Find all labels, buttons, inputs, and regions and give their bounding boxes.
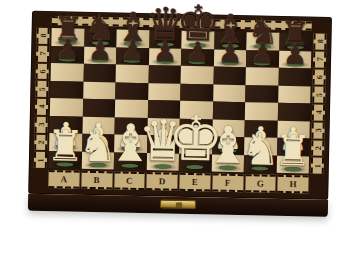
square-h3 <box>277 120 310 138</box>
felt-base <box>91 58 108 62</box>
square-d4 <box>147 100 180 118</box>
felt-base <box>286 62 303 66</box>
rank-digit-6: 6 <box>315 75 324 79</box>
felt-base <box>157 42 174 46</box>
photo-background: 87654321 87654321 ♜♞♝♛♚♝♞♜♟♟♟♟♟♟♟♟♟♟♟♟♟♟… <box>0 0 360 257</box>
rank-digit-5: 5 <box>37 87 46 91</box>
file-label-h: H <box>278 175 309 194</box>
felt-base <box>219 148 236 152</box>
square-h5 <box>278 85 311 103</box>
felt-base <box>57 162 74 166</box>
photo-tilt-wrapper: 87654321 87654321 ♜♞♝♛♚♝♞♜♟♟♟♟♟♟♟♟♟♟♟♟♟♟… <box>0 0 360 257</box>
felt-base <box>89 163 106 167</box>
felt-base <box>124 59 141 63</box>
rank-digit-1: 1 <box>36 158 45 162</box>
square-f7: ♟ <box>213 49 246 67</box>
square-h4 <box>277 103 310 121</box>
rank-label-4-right: 4 <box>312 105 325 121</box>
rank-label-6-left: 6 <box>36 63 49 79</box>
square-h8: ♜ <box>279 33 312 51</box>
rank-label-3-right: 3 <box>311 122 324 138</box>
felt-base <box>187 148 204 152</box>
rank-digit-1: 1 <box>313 164 322 168</box>
rank-label-7-left: 7 <box>36 46 49 62</box>
board-squares-grid: ♜♞♝♛♚♝♞♜♟♟♟♟♟♟♟♟♟♟♟♟♟♟♟♟♜♞♝♛♚♝♞♜ <box>49 28 312 173</box>
rank-digit-5: 5 <box>314 93 323 97</box>
square-a8: ♜ <box>51 28 84 46</box>
rank-label-8-right: 8 <box>313 34 326 50</box>
rank-label-3-left: 3 <box>34 117 47 133</box>
rank-label-1-left: 1 <box>34 152 47 168</box>
felt-base <box>124 41 141 45</box>
square-c1: ♝ <box>114 152 147 170</box>
file-label-c: C <box>114 171 145 190</box>
rank-digit-6: 6 <box>38 69 47 73</box>
square-e4 <box>180 101 213 119</box>
square-e7: ♟ <box>181 48 214 66</box>
square-a1: ♜ <box>49 151 82 169</box>
square-d6 <box>148 65 181 83</box>
clasp-latch-icon <box>176 203 182 208</box>
felt-base <box>57 145 74 149</box>
rank-label-6-right: 6 <box>313 69 326 85</box>
brass-clasp <box>160 199 196 209</box>
felt-base <box>122 164 139 168</box>
square-d8: ♛ <box>149 30 182 48</box>
rank-label-4-left: 4 <box>35 99 48 115</box>
square-g6 <box>246 67 279 85</box>
square-e5 <box>180 83 213 101</box>
rank-digit-3: 3 <box>314 128 323 132</box>
rank-label-5-left: 5 <box>35 81 48 97</box>
square-g4 <box>245 102 278 120</box>
rank-label-1-right: 1 <box>311 158 324 174</box>
square-g7: ♟ <box>246 50 279 68</box>
felt-base <box>122 146 139 150</box>
rank-label-2-right: 2 <box>311 140 324 156</box>
square-d1: ♛ <box>146 153 179 171</box>
square-e1: ♚ <box>179 153 212 171</box>
felt-base <box>154 147 171 151</box>
square-a2: ♟ <box>49 133 82 151</box>
rank-digit-3: 3 <box>37 122 46 126</box>
square-b6 <box>83 64 116 82</box>
file-label-e: E <box>179 173 210 192</box>
square-b1: ♞ <box>81 151 114 169</box>
rank-labels-left: 87654321 <box>34 28 50 168</box>
felt-base <box>287 45 304 49</box>
rank-digit-2: 2 <box>313 146 322 150</box>
felt-base <box>92 41 109 45</box>
felt-base <box>254 61 271 65</box>
square-d2: ♟ <box>147 135 180 153</box>
file-label-b: B <box>81 171 112 190</box>
felt-base <box>59 40 76 44</box>
file-label-d: D <box>147 172 178 191</box>
square-c5 <box>115 82 148 100</box>
rank-labels-right: 87654321 <box>311 34 327 174</box>
square-g1: ♞ <box>244 155 277 173</box>
square-h2: ♟ <box>277 138 310 156</box>
square-c7: ♟ <box>116 47 149 65</box>
felt-base <box>154 164 171 168</box>
felt-base <box>284 167 301 171</box>
square-b7: ♟ <box>83 46 116 64</box>
square-f3 <box>212 119 245 137</box>
square-d5 <box>148 83 181 101</box>
square-c4 <box>115 99 148 117</box>
felt-base <box>219 166 236 170</box>
file-labels: ABCDEFGH <box>48 170 308 193</box>
square-f2: ♟ <box>212 136 245 154</box>
file-label-f: F <box>212 173 243 192</box>
square-c6 <box>116 64 149 82</box>
rank-digit-4: 4 <box>37 105 46 109</box>
square-a6 <box>51 63 84 81</box>
felt-base <box>252 166 269 170</box>
square-a7: ♟ <box>51 46 84 64</box>
felt-base <box>156 59 173 63</box>
felt-base <box>252 149 269 153</box>
square-h1: ♜ <box>276 155 309 173</box>
square-a4 <box>50 98 83 116</box>
square-c2: ♟ <box>114 134 147 152</box>
square-d7: ♟ <box>148 48 181 66</box>
rank-digit-2: 2 <box>36 140 45 144</box>
square-f8: ♝ <box>214 31 247 49</box>
board-front-edge <box>28 194 328 217</box>
square-g8: ♞ <box>246 32 279 50</box>
rank-digit-7: 7 <box>38 51 47 55</box>
felt-base <box>189 60 206 64</box>
square-f5 <box>213 84 246 102</box>
square-b8: ♞ <box>84 29 117 47</box>
square-g3 <box>244 120 277 138</box>
square-b4 <box>82 99 115 117</box>
felt-base <box>222 43 239 47</box>
square-h7: ♟ <box>278 50 311 68</box>
square-b5 <box>83 81 116 99</box>
square-g2: ♟ <box>244 137 277 155</box>
square-a5 <box>50 81 83 99</box>
felt-base <box>189 43 206 47</box>
square-f6 <box>213 66 246 84</box>
rank-digit-7: 7 <box>315 57 324 61</box>
square-b2: ♟ <box>82 134 115 152</box>
felt-base <box>89 146 106 150</box>
square-f1: ♝ <box>211 154 244 172</box>
square-b3 <box>82 116 115 134</box>
square-f4 <box>212 101 245 119</box>
felt-base <box>254 44 271 48</box>
square-e2: ♟ <box>179 136 212 154</box>
square-g5 <box>245 85 278 103</box>
rank-label-7-right: 7 <box>313 51 326 67</box>
square-e6 <box>181 66 214 84</box>
rank-digit-8: 8 <box>38 34 47 38</box>
file-label-g: G <box>245 174 276 193</box>
felt-base <box>59 57 76 61</box>
square-e3 <box>179 118 212 136</box>
felt-base <box>284 150 301 154</box>
felt-base <box>221 61 238 65</box>
square-a3 <box>49 116 82 134</box>
chess-board: 87654321 87654321 ♜♞♝♛♚♝♞♜♟♟♟♟♟♟♟♟♟♟♟♟♟♟… <box>28 11 332 200</box>
square-c8: ♝ <box>116 29 149 47</box>
rank-label-5-right: 5 <box>312 87 325 103</box>
rank-digit-8: 8 <box>315 39 324 43</box>
square-c3 <box>114 117 147 135</box>
file-label-a: A <box>48 170 79 189</box>
rank-label-8-left: 8 <box>36 28 49 44</box>
square-h6 <box>278 68 311 86</box>
rank-label-2-left: 2 <box>34 134 47 150</box>
square-e8: ♚ <box>181 31 214 49</box>
felt-base <box>187 165 204 169</box>
rank-digit-4: 4 <box>314 110 323 114</box>
square-d3 <box>147 118 180 136</box>
